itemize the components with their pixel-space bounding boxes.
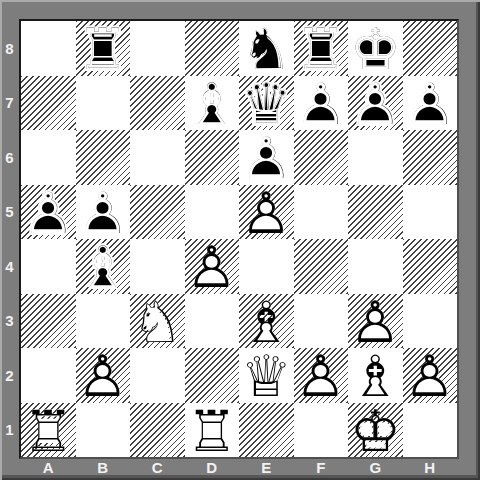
square-g5[interactable]	[348, 185, 403, 240]
rank-labels: 8 7 6 5 4 3 2 1	[0, 21, 19, 457]
rank-label-7: 7	[0, 76, 19, 131]
file-labels: A B C D E F G H	[21, 459, 457, 475]
black-rook-piece[interactable]: ♜♖	[76, 21, 131, 76]
black-pawn-piece[interactable]: ♟♙	[294, 76, 349, 131]
piece-detail-layer: ♗	[348, 351, 403, 403]
file-label-h: H	[403, 459, 458, 475]
square-e2[interactable]: ♛♕	[239, 348, 294, 403]
square-d6[interactable]	[185, 130, 240, 185]
square-f6[interactable]	[294, 130, 349, 185]
piece-detail-layer: ♙	[348, 79, 403, 131]
white-pawn-piece[interactable]: ♟♙	[185, 239, 240, 294]
piece-detail-layer: ♙	[239, 133, 294, 185]
square-g1[interactable]: ♚♔	[348, 403, 403, 458]
white-king-piece[interactable]: ♚♔	[348, 403, 403, 458]
square-h7[interactable]: ♟♙	[403, 76, 458, 131]
square-d7[interactable]: ♝♗	[185, 76, 240, 131]
piece-detail-layer: ♖	[185, 406, 240, 458]
chess-board: ♜♖♞♘♜♖♚♔♝♗♛♕♟♙♟♙♟♙♟♙♟♙♟♙♟♙♝♗♟♙♞♘♝♗♟♙♟♙♛♕…	[19, 19, 459, 459]
piece-detail-layer: ♙	[294, 79, 349, 131]
piece-detail-layer: ♗	[239, 297, 294, 349]
piece-detail-layer: ♙	[76, 188, 131, 240]
black-king-piece[interactable]: ♚♔	[348, 21, 403, 76]
square-h6[interactable]	[403, 130, 458, 185]
piece-detail-layer: ♖	[294, 24, 349, 76]
rank-label-3: 3	[0, 294, 19, 349]
file-label-g: G	[348, 459, 403, 475]
file-label-d: D	[185, 459, 240, 475]
square-d1[interactable]: ♜♖	[185, 403, 240, 458]
square-b7[interactable]	[76, 76, 131, 131]
square-d8[interactable]	[185, 21, 240, 76]
square-f4[interactable]	[294, 239, 349, 294]
piece-detail-layer: ♗	[185, 79, 240, 131]
square-e3[interactable]: ♝♗	[239, 294, 294, 349]
square-b2[interactable]: ♟♙	[76, 348, 131, 403]
piece-detail-layer: ♙	[239, 188, 294, 240]
piece-detail-layer: ♔	[348, 24, 403, 76]
square-f8[interactable]: ♜♖	[294, 21, 349, 76]
file-label-e: E	[239, 459, 294, 475]
piece-detail-layer: ♗	[76, 242, 131, 294]
square-d5[interactable]	[185, 185, 240, 240]
square-g3[interactable]: ♟♙	[348, 294, 403, 349]
square-h1[interactable]	[403, 403, 458, 458]
piece-detail-layer: ♙	[403, 79, 458, 131]
piece-detail-layer: ♖	[21, 406, 76, 458]
square-g8[interactable]: ♚♔	[348, 21, 403, 76]
square-b6[interactable]	[76, 130, 131, 185]
white-rook-piece[interactable]: ♜♖	[21, 403, 76, 458]
piece-detail-layer: ♕	[239, 351, 294, 403]
black-knight-piece[interactable]: ♞♘	[239, 21, 294, 76]
piece-detail-layer: ♕	[239, 79, 294, 131]
square-c7[interactable]	[130, 76, 185, 131]
file-label-c: C	[130, 459, 185, 475]
white-pawn-piece[interactable]: ♟♙	[294, 348, 349, 403]
piece-detail-layer: ♙	[185, 242, 240, 294]
black-bishop-piece[interactable]: ♝♗	[76, 239, 131, 294]
piece-detail-layer: ♖	[76, 24, 131, 76]
white-queen-piece[interactable]: ♛♕	[239, 348, 294, 403]
rank-label-2: 2	[0, 348, 19, 403]
file-label-a: A	[21, 459, 76, 475]
white-rook-piece[interactable]: ♜♖	[185, 403, 240, 458]
square-a5[interactable]: ♟♙	[21, 185, 76, 240]
piece-detail-layer: ♙	[76, 351, 131, 403]
square-a6[interactable]	[21, 130, 76, 185]
square-f7[interactable]: ♟♙	[294, 76, 349, 131]
rank-label-1: 1	[0, 403, 19, 458]
square-e6[interactable]: ♟♙	[239, 130, 294, 185]
rank-label-4: 4	[0, 239, 19, 294]
square-h3[interactable]	[403, 294, 458, 349]
square-a4[interactable]	[21, 239, 76, 294]
black-rook-piece[interactable]: ♜♖	[294, 21, 349, 76]
square-a2[interactable]	[21, 348, 76, 403]
black-queen-piece[interactable]: ♛♕	[239, 76, 294, 131]
square-f5[interactable]	[294, 185, 349, 240]
square-b1[interactable]	[76, 403, 131, 458]
piece-detail-layer: ♔	[348, 406, 403, 458]
square-b4[interactable]: ♝♗	[76, 239, 131, 294]
square-c1[interactable]	[130, 403, 185, 458]
square-a8[interactable]	[21, 21, 76, 76]
square-c4[interactable]	[130, 239, 185, 294]
square-c2[interactable]	[130, 348, 185, 403]
rank-label-6: 6	[0, 130, 19, 185]
black-pawn-piece[interactable]: ♟♙	[348, 76, 403, 131]
square-d3[interactable]	[185, 294, 240, 349]
square-b3[interactable]	[76, 294, 131, 349]
square-g4[interactable]	[348, 239, 403, 294]
white-bishop-piece[interactable]: ♝♗	[239, 294, 294, 349]
square-c3[interactable]: ♞♘	[130, 294, 185, 349]
square-d4[interactable]: ♟♙	[185, 239, 240, 294]
square-e4[interactable]	[239, 239, 294, 294]
rank-label-8: 8	[0, 21, 19, 76]
white-bishop-piece[interactable]: ♝♗	[348, 348, 403, 403]
piece-detail-layer: ♙	[403, 351, 458, 403]
square-e7[interactable]: ♛♕	[239, 76, 294, 131]
black-pawn-piece[interactable]: ♟♙	[76, 185, 131, 240]
square-b8[interactable]: ♜♖	[76, 21, 131, 76]
square-c5[interactable]	[130, 185, 185, 240]
square-h4[interactable]	[403, 239, 458, 294]
square-e1[interactable]	[239, 403, 294, 458]
square-c8[interactable]	[130, 21, 185, 76]
square-c6[interactable]	[130, 130, 185, 185]
black-pawn-piece[interactable]: ♟♙	[239, 130, 294, 185]
white-pawn-piece[interactable]: ♟♙	[239, 185, 294, 240]
square-f2[interactable]: ♟♙	[294, 348, 349, 403]
square-d2[interactable]	[185, 348, 240, 403]
piece-detail-layer: ♘	[130, 297, 185, 349]
square-h8[interactable]	[403, 21, 458, 76]
square-g2[interactable]: ♝♗	[348, 348, 403, 403]
square-f3[interactable]	[294, 294, 349, 349]
square-a3[interactable]	[21, 294, 76, 349]
square-g6[interactable]	[348, 130, 403, 185]
white-pawn-piece[interactable]: ♟♙	[348, 294, 403, 349]
square-h5[interactable]	[403, 185, 458, 240]
square-e8[interactable]: ♞♘	[239, 21, 294, 76]
square-a1[interactable]: ♜♖	[21, 403, 76, 458]
black-bishop-piece[interactable]: ♝♗	[185, 76, 240, 131]
file-label-f: F	[294, 459, 349, 475]
square-f1[interactable]	[294, 403, 349, 458]
file-label-b: B	[76, 459, 131, 475]
square-g7[interactable]: ♟♙	[348, 76, 403, 131]
piece-detail-layer: ♙	[21, 188, 76, 240]
square-e5[interactable]: ♟♙	[239, 185, 294, 240]
white-knight-piece[interactable]: ♞♘	[130, 294, 185, 349]
white-pawn-piece[interactable]: ♟♙	[403, 348, 458, 403]
black-pawn-piece[interactable]: ♟♙	[21, 185, 76, 240]
piece-detail-layer: ♙	[294, 351, 349, 403]
rank-label-5: 5	[0, 185, 19, 240]
square-h2[interactable]: ♟♙	[403, 348, 458, 403]
square-a7[interactable]	[21, 76, 76, 131]
square-b5[interactable]: ♟♙	[76, 185, 131, 240]
piece-detail-layer: ♘	[239, 24, 294, 76]
board-frame: 8 7 6 5 4 3 2 1 ♜♖♞♘♜♖♚♔♝♗♛♕♟♙♟♙♟♙♟♙♟♙♟♙…	[0, 0, 480, 480]
black-pawn-piece[interactable]: ♟♙	[403, 76, 458, 131]
white-pawn-piece[interactable]: ♟♙	[76, 348, 131, 403]
piece-detail-layer: ♙	[348, 297, 403, 349]
